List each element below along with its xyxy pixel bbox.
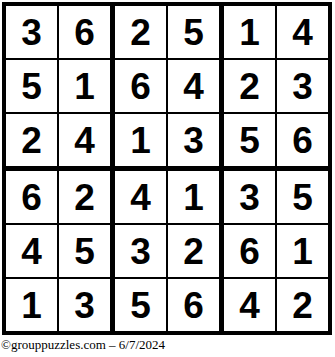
sudoku-cell-r2c3: 6 xyxy=(115,60,168,114)
sudoku-cell-r5c4: 2 xyxy=(168,225,224,279)
sudoku-cell-r4c5: 3 xyxy=(224,171,277,225)
sudoku-cell-r4c4: 1 xyxy=(168,171,224,225)
sudoku-cell-r4c2: 2 xyxy=(59,171,115,225)
sudoku-cell-r2c4: 4 xyxy=(168,60,224,114)
sudoku-cell-r3c3: 1 xyxy=(115,114,168,171)
sudoku-cell-r5c5: 6 xyxy=(224,225,277,279)
sudoku-cell-r5c2: 5 xyxy=(59,225,115,279)
sudoku-cell-r6c3: 5 xyxy=(115,279,168,331)
sudoku-cell-r1c1: 3 xyxy=(6,6,59,60)
sudoku-cell-r6c2: 3 xyxy=(59,279,115,331)
sudoku-cell-r3c6: 6 xyxy=(277,114,328,171)
sudoku-cell-r5c6: 1 xyxy=(277,225,328,279)
sudoku-cell-r6c4: 6 xyxy=(168,279,224,331)
sudoku-cell-r3c1: 2 xyxy=(6,114,59,171)
sudoku-cell-r1c2: 6 xyxy=(59,6,115,60)
sudoku-cell-r5c3: 3 xyxy=(115,225,168,279)
sudoku-cell-r2c2: 1 xyxy=(59,60,115,114)
sudoku-cell-r2c1: 5 xyxy=(6,60,59,114)
sudoku-cell-r6c6: 2 xyxy=(277,279,328,331)
sudoku-cell-r1c3: 2 xyxy=(115,6,168,60)
sudoku-cell-r2c5: 2 xyxy=(224,60,277,114)
sudoku-cell-r4c6: 5 xyxy=(277,171,328,225)
sudoku-cell-r4c1: 6 xyxy=(6,171,59,225)
sudoku-cell-r5c1: 4 xyxy=(6,225,59,279)
sudoku-board: 362514516423241356624135453261135642 xyxy=(2,2,332,335)
sudoku-cell-r2c6: 3 xyxy=(277,60,328,114)
sudoku-cell-r3c4: 3 xyxy=(168,114,224,171)
sudoku-cell-r3c2: 4 xyxy=(59,114,115,171)
sudoku-cell-r1c6: 4 xyxy=(277,6,328,60)
sudoku-cell-r6c5: 4 xyxy=(224,279,277,331)
sudoku-cell-r1c5: 1 xyxy=(224,6,277,60)
sudoku-cell-r1c4: 5 xyxy=(168,6,224,60)
sudoku-cell-r3c5: 5 xyxy=(224,114,277,171)
copyright-credit: ©grouppuzzles.com – 6/7/2024 xyxy=(1,337,165,353)
sudoku-cell-r4c3: 4 xyxy=(115,171,168,225)
sudoku-cell-r6c1: 1 xyxy=(6,279,59,331)
